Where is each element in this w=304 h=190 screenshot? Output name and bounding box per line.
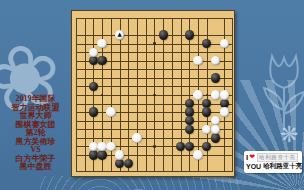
last-move-marker-icon: ▲ — [117, 32, 121, 38]
star-point — [153, 42, 156, 45]
black-stone — [185, 30, 194, 39]
black-stone — [124, 159, 133, 168]
black-stone — [159, 30, 168, 39]
black-stone — [211, 73, 220, 82]
white-stone — [106, 107, 115, 116]
watermark-stamp-chars: 哈利路亚十亮 — [257, 153, 298, 162]
thumbnail-screen: ❀ ❋ 2019年国际 智力运动联盟 世界大师 围棋赛女团 第2轮 黑方吴侑珍 … — [0, 0, 304, 190]
white-stone: ▲ — [115, 30, 124, 39]
white-stone — [106, 142, 115, 151]
white-stone — [220, 90, 229, 99]
watermark-i: I — [246, 153, 248, 162]
white-stone — [211, 90, 220, 99]
black-stone — [211, 133, 220, 142]
white-stone — [220, 107, 229, 116]
black-stone — [97, 150, 106, 159]
white-stone — [211, 125, 220, 134]
white-stone — [132, 133, 141, 142]
go-board[interactable]: ▲ — [71, 10, 235, 177]
wave-pattern — [40, 176, 240, 190]
caption-line-result: 黑中盘胜 — [0, 163, 71, 172]
heart-icon: ❤ — [249, 153, 255, 161]
watermark-you: YOU — [246, 163, 261, 170]
white-stone — [193, 90, 202, 99]
black-stone — [185, 125, 194, 134]
white-stone — [89, 48, 98, 57]
star-point — [153, 145, 156, 148]
white-stone — [115, 150, 124, 159]
white-stone — [193, 150, 202, 159]
caption-panel: 2019年国际 智力运动联盟 世界大师 围棋赛女团 第2轮 黑方吴侑珍 VS 白… — [0, 95, 71, 172]
sparkle-ornament-icon: ❋ — [280, 122, 298, 147]
watermark-badge: I ❤ 哈利路亚十亮 YOU 哈利路亚十亮 — [244, 151, 302, 173]
watermark-channel-name: 哈利路亚十亮 — [263, 162, 302, 171]
black-stone — [185, 142, 194, 151]
black-stone — [89, 107, 98, 116]
